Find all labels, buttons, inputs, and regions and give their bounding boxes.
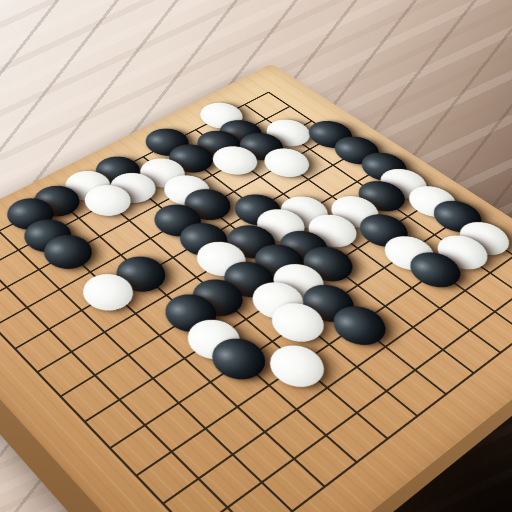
go-photo-scene: ●●○●●○●○○○●●●●○○●○●●○●○●●●●○●○○●●●●●●○○●… — [0, 0, 512, 512]
